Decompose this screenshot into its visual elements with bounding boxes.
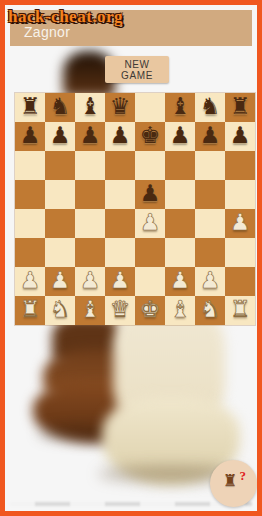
white-queen[interactable]: ♛: [110, 295, 131, 324]
white-pawn[interactable]: ♟: [140, 208, 161, 237]
watermark: hack-cheat.org: [8, 7, 123, 27]
square-e6[interactable]: [135, 151, 165, 180]
square-b1[interactable]: ♞: [45, 296, 75, 325]
square-c4[interactable]: [75, 209, 105, 238]
square-b8[interactable]: ♞: [45, 93, 75, 122]
white-bishop[interactable]: ♝: [80, 295, 101, 324]
square-f4[interactable]: [165, 209, 195, 238]
square-e3[interactable]: [135, 238, 165, 267]
rook-icon: ♜: [223, 473, 237, 489]
square-h1[interactable]: ♜: [225, 296, 255, 325]
square-c6[interactable]: [75, 151, 105, 180]
white-rook[interactable]: ♜: [20, 295, 41, 324]
square-h2[interactable]: [225, 267, 255, 296]
square-b3[interactable]: [45, 238, 75, 267]
square-a5[interactable]: [15, 180, 45, 209]
square-h6[interactable]: [225, 151, 255, 180]
square-a7[interactable]: ♟: [15, 122, 45, 151]
square-d7[interactable]: ♟: [105, 122, 135, 151]
white-pawn[interactable]: ♟: [200, 266, 221, 295]
black-pawn[interactable]: ♟: [110, 121, 131, 150]
square-g1[interactable]: ♞: [195, 296, 225, 325]
square-e4[interactable]: ♟: [135, 209, 165, 238]
square-b6[interactable]: [45, 151, 75, 180]
square-b4[interactable]: [45, 209, 75, 238]
square-e5[interactable]: ♟: [135, 180, 165, 209]
black-rook[interactable]: ♜: [230, 92, 251, 121]
square-g7[interactable]: ♟: [195, 122, 225, 151]
white-pawn[interactable]: ♟: [110, 266, 131, 295]
black-queen[interactable]: ♛: [110, 92, 131, 121]
black-pawn[interactable]: ♟: [50, 121, 71, 150]
white-pawn[interactable]: ♟: [170, 266, 191, 295]
square-h4[interactable]: ♟: [225, 209, 255, 238]
square-g3[interactable]: [195, 238, 225, 267]
square-g4[interactable]: [195, 209, 225, 238]
black-bishop[interactable]: ♝: [80, 92, 101, 121]
square-h5[interactable]: [225, 180, 255, 209]
square-a4[interactable]: [15, 209, 45, 238]
white-king[interactable]: ♚: [140, 295, 161, 324]
app-title: Zagnor: [10, 24, 70, 46]
square-d2[interactable]: ♟: [105, 267, 135, 296]
white-knight[interactable]: ♞: [200, 295, 221, 324]
square-h3[interactable]: [225, 238, 255, 267]
square-a3[interactable]: [15, 238, 45, 267]
black-pawn[interactable]: ♟: [80, 121, 101, 150]
screen: hack-cheat.org Zagnor NEW GAME ♜♞♝♛♝♞♜♟♟…: [0, 0, 262, 516]
question-mark-icon: ?: [240, 468, 247, 484]
square-c3[interactable]: [75, 238, 105, 267]
black-king[interactable]: ♚: [140, 121, 161, 150]
square-d8[interactable]: ♛: [105, 93, 135, 122]
white-rook[interactable]: ♜: [230, 295, 251, 324]
square-g6[interactable]: [195, 151, 225, 180]
square-a8[interactable]: ♜: [15, 93, 45, 122]
square-d4[interactable]: [105, 209, 135, 238]
square-b5[interactable]: [45, 180, 75, 209]
square-f2[interactable]: ♟: [165, 267, 195, 296]
square-d1[interactable]: ♛: [105, 296, 135, 325]
white-bishop[interactable]: ♝: [170, 295, 191, 324]
black-pawn[interactable]: ♟: [140, 179, 161, 208]
black-bishop[interactable]: ♝: [170, 92, 191, 121]
white-pawn[interactable]: ♟: [50, 266, 71, 295]
bottom-navigation-hint: [10, 502, 252, 506]
square-f8[interactable]: ♝: [165, 93, 195, 122]
help-button[interactable]: ♜ ?: [210, 460, 257, 507]
square-g2[interactable]: ♟: [195, 267, 225, 296]
square-b2[interactable]: ♟: [45, 267, 75, 296]
square-c7[interactable]: ♟: [75, 122, 105, 151]
square-b7[interactable]: ♟: [45, 122, 75, 151]
square-h7[interactable]: ♟: [225, 122, 255, 151]
black-pawn[interactable]: ♟: [170, 121, 191, 150]
square-f3[interactable]: [165, 238, 195, 267]
square-c8[interactable]: ♝: [75, 93, 105, 122]
black-pawn[interactable]: ♟: [200, 121, 221, 150]
square-f7[interactable]: ♟: [165, 122, 195, 151]
black-pawn[interactable]: ♟: [230, 121, 251, 150]
square-e2[interactable]: [135, 267, 165, 296]
black-pawn[interactable]: ♟: [20, 121, 41, 150]
white-pawn[interactable]: ♟: [80, 266, 101, 295]
square-a6[interactable]: [15, 151, 45, 180]
square-d5[interactable]: [105, 180, 135, 209]
square-d6[interactable]: [105, 151, 135, 180]
black-knight[interactable]: ♞: [50, 92, 71, 121]
square-f6[interactable]: [165, 151, 195, 180]
square-c5[interactable]: [75, 180, 105, 209]
square-g5[interactable]: [195, 180, 225, 209]
white-pawn[interactable]: ♟: [230, 208, 251, 237]
square-c1[interactable]: ♝: [75, 296, 105, 325]
white-knight[interactable]: ♞: [50, 295, 71, 324]
square-a2[interactable]: ♟: [15, 267, 45, 296]
square-h8[interactable]: ♜: [225, 93, 255, 122]
black-rook[interactable]: ♜: [20, 92, 41, 121]
square-e1[interactable]: ♚: [135, 296, 165, 325]
square-e7[interactable]: ♚: [135, 122, 165, 151]
black-knight[interactable]: ♞: [200, 92, 221, 121]
square-c2[interactable]: ♟: [75, 267, 105, 296]
square-a1[interactable]: ♜: [15, 296, 45, 325]
square-g8[interactable]: ♞: [195, 93, 225, 122]
square-e8[interactable]: [135, 93, 165, 122]
square-d3[interactable]: [105, 238, 135, 267]
new-game-button[interactable]: NEW GAME: [105, 56, 169, 83]
square-f5[interactable]: [165, 180, 195, 209]
square-f1[interactable]: ♝: [165, 296, 195, 325]
chess-board[interactable]: ♜♞♝♛♝♞♜♟♟♟♟♚♟♟♟♟♟♟♟♟♟♟♟♟♜♞♝♛♚♝♞♜: [15, 93, 255, 325]
white-pawn[interactable]: ♟: [20, 266, 41, 295]
